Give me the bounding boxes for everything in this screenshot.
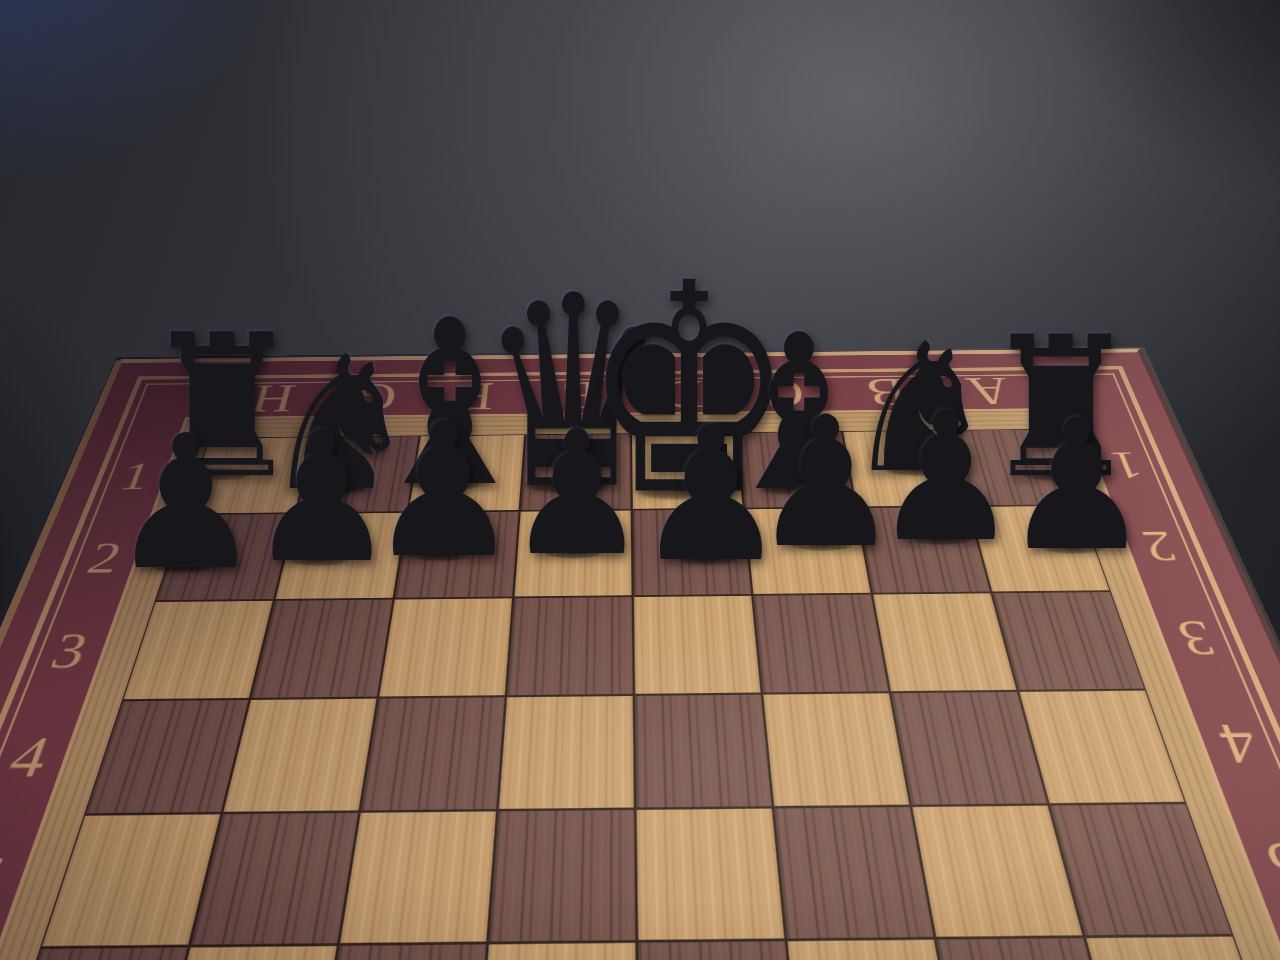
piece-black-pawn-b2[interactable]: ♟ bbox=[873, 389, 1020, 567]
pieces-layer: ♜♞♝♛♚♝♞♜♟♟♟♟♟♟♟♟ bbox=[0, 0, 1280, 960]
piece-black-pawn-a2[interactable]: ♟ bbox=[1003, 396, 1151, 576]
piece-black-pawn-e2[interactable]: ♟ bbox=[506, 408, 648, 580]
piece-black-pawn-f2[interactable]: ♟ bbox=[368, 399, 521, 584]
chess-photo-scene: HGFEDCBA1234567812345678 ♜♞♝♛♚♝♞♜♟♟♟♟♟♟♟… bbox=[0, 0, 1280, 960]
piece-black-pawn-h2[interactable]: ♟ bbox=[110, 411, 263, 596]
